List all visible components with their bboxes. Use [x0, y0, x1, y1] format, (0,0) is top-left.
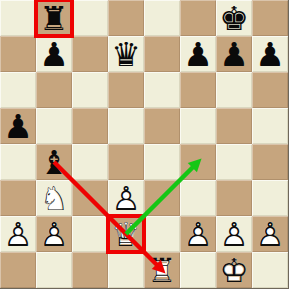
piece-black-pawn[interactable]: ♟ [36, 36, 72, 72]
square-e6[interactable] [144, 72, 180, 108]
piece-white-queen[interactable]: ♛♕ [108, 216, 144, 252]
piece-white-pawn[interactable]: ♟♙ [108, 180, 144, 216]
square-f5[interactable] [180, 108, 216, 144]
square-e1[interactable]: ♜♖ [144, 252, 180, 288]
square-h5[interactable] [252, 108, 288, 144]
pawn-glyph: ♟ [3, 110, 33, 143]
square-d2[interactable]: ♛♕ [108, 216, 144, 252]
square-g1[interactable]: ♚♔ [216, 252, 252, 288]
square-a4[interactable] [0, 144, 36, 180]
piece-black-pawn[interactable]: ♟ [0, 108, 36, 144]
queen-outline-glyph: ♕ [111, 218, 141, 251]
rook-glyph: ♜ [39, 2, 69, 35]
rook-outline-glyph: ♖ [147, 254, 177, 287]
pawn-glyph: ♟ [219, 38, 249, 71]
piece-black-king[interactable]: ♚ [216, 0, 252, 36]
pawn-outline-glyph: ♙ [39, 218, 69, 251]
square-c8[interactable] [72, 0, 108, 36]
square-d6[interactable] [108, 72, 144, 108]
piece-black-queen[interactable]: ♛ [108, 36, 144, 72]
square-d1[interactable] [108, 252, 144, 288]
square-c3[interactable] [72, 180, 108, 216]
pawn-glyph: ♟ [255, 38, 285, 71]
square-f7[interactable]: ♟ [180, 36, 216, 72]
square-c1[interactable] [72, 252, 108, 288]
square-e3[interactable] [144, 180, 180, 216]
square-f2[interactable]: ♟♙ [180, 216, 216, 252]
square-c2[interactable] [72, 216, 108, 252]
square-b3[interactable]: ♞♘ [36, 180, 72, 216]
square-d5[interactable] [108, 108, 144, 144]
king-outline-glyph: ♔ [219, 254, 249, 287]
square-h4[interactable] [252, 144, 288, 180]
chess-board: ♜♚♟♛♟♟♟♟♝♞♘♟♙♟♙♟♙♛♕♟♙♟♙♟♙♜♖♚♔ [0, 0, 289, 289]
square-b5[interactable] [36, 108, 72, 144]
square-d4[interactable] [108, 144, 144, 180]
pawn-outline-glyph: ♙ [255, 218, 285, 251]
square-a3[interactable] [0, 180, 36, 216]
piece-white-king[interactable]: ♚♔ [216, 252, 252, 288]
piece-black-pawn[interactable]: ♟ [180, 36, 216, 72]
square-f3[interactable] [180, 180, 216, 216]
pawn-outline-glyph: ♙ [183, 218, 213, 251]
square-a1[interactable] [0, 252, 36, 288]
square-e4[interactable] [144, 144, 180, 180]
board-grid: ♜♚♟♛♟♟♟♟♝♞♘♟♙♟♙♟♙♛♕♟♙♟♙♟♙♜♖♚♔ [0, 0, 288, 288]
square-g3[interactable] [216, 180, 252, 216]
piece-white-pawn[interactable]: ♟♙ [252, 216, 288, 252]
square-h2[interactable]: ♟♙ [252, 216, 288, 252]
square-h7[interactable]: ♟ [252, 36, 288, 72]
piece-black-rook[interactable]: ♜ [36, 0, 72, 36]
square-e5[interactable] [144, 108, 180, 144]
piece-black-pawn[interactable]: ♟ [252, 36, 288, 72]
square-f6[interactable] [180, 72, 216, 108]
square-b8[interactable]: ♜ [36, 0, 72, 36]
square-h3[interactable] [252, 180, 288, 216]
queen-glyph: ♛ [111, 38, 141, 71]
square-g5[interactable] [216, 108, 252, 144]
square-h6[interactable] [252, 72, 288, 108]
square-c4[interactable] [72, 144, 108, 180]
square-a8[interactable] [0, 0, 36, 36]
piece-white-rook[interactable]: ♜♖ [144, 252, 180, 288]
bishop-glyph: ♝ [39, 146, 69, 179]
square-a5[interactable]: ♟ [0, 108, 36, 144]
square-c7[interactable] [72, 36, 108, 72]
piece-black-pawn[interactable]: ♟ [216, 36, 252, 72]
square-d7[interactable]: ♛ [108, 36, 144, 72]
king-glyph: ♚ [219, 2, 249, 35]
square-b2[interactable]: ♟♙ [36, 216, 72, 252]
pawn-outline-glyph: ♙ [219, 218, 249, 251]
pawn-outline-glyph: ♙ [3, 218, 33, 251]
square-e7[interactable] [144, 36, 180, 72]
square-a2[interactable]: ♟♙ [0, 216, 36, 252]
knight-outline-glyph: ♘ [39, 182, 69, 215]
square-b1[interactable] [36, 252, 72, 288]
square-h1[interactable] [252, 252, 288, 288]
square-d3[interactable]: ♟♙ [108, 180, 144, 216]
square-e2[interactable] [144, 216, 180, 252]
square-a7[interactable] [0, 36, 36, 72]
pawn-outline-glyph: ♙ [111, 182, 141, 215]
piece-white-knight[interactable]: ♞♘ [36, 180, 72, 216]
square-g8[interactable]: ♚ [216, 0, 252, 36]
piece-white-pawn[interactable]: ♟♙ [0, 216, 36, 252]
pawn-glyph: ♟ [183, 38, 213, 71]
square-c6[interactable] [72, 72, 108, 108]
piece-white-pawn[interactable]: ♟♙ [180, 216, 216, 252]
square-a6[interactable] [0, 72, 36, 108]
piece-white-pawn[interactable]: ♟♙ [36, 216, 72, 252]
square-e8[interactable] [144, 0, 180, 36]
square-c5[interactable] [72, 108, 108, 144]
square-g4[interactable] [216, 144, 252, 180]
square-f1[interactable] [180, 252, 216, 288]
square-g7[interactable]: ♟ [216, 36, 252, 72]
square-g2[interactable]: ♟♙ [216, 216, 252, 252]
square-g6[interactable] [216, 72, 252, 108]
piece-white-pawn[interactable]: ♟♙ [216, 216, 252, 252]
square-f4[interactable] [180, 144, 216, 180]
pawn-glyph: ♟ [39, 38, 69, 71]
square-b7[interactable]: ♟ [36, 36, 72, 72]
square-d8[interactable] [108, 0, 144, 36]
square-b4[interactable]: ♝ [36, 144, 72, 180]
piece-black-bishop[interactable]: ♝ [36, 144, 72, 180]
square-h8[interactable] [252, 0, 288, 36]
square-b6[interactable] [36, 72, 72, 108]
square-f8[interactable] [180, 0, 216, 36]
